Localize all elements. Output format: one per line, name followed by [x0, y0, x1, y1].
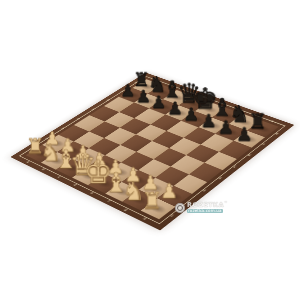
black-pawn-c7: ♟: [151, 94, 166, 110]
watermark-tm: ™: [224, 201, 228, 205]
watermark-subtext: rozetka.com.ua: [187, 209, 223, 213]
coordinate-label: 4: [76, 117, 81, 120]
coordinate-label: 6: [246, 153, 251, 156]
black-pawn-h7: ♟: [236, 125, 252, 142]
coordinate-label: g: [124, 207, 130, 211]
coordinate-label: h: [142, 216, 148, 220]
coordinate-label: d: [73, 183, 78, 186]
coordinate-label: 4: [217, 176, 222, 179]
coordinate-label: 3: [60, 127, 65, 130]
coordinate-label: 6: [106, 99, 111, 102]
coordinate-label: 5: [91, 108, 96, 111]
coordinate-label: 1: [169, 213, 175, 217]
chess-board: abcdefgh abcdefgh 87654321 87654321 ♜♞♝♛…: [10, 73, 294, 231]
black-pawn-a7: ♟: [121, 83, 136, 99]
coordinate-label: 8: [274, 132, 279, 135]
coordinate-label: 5: [232, 165, 237, 168]
rozetka-watermark: ROZETKA™ rozetka.com.ua: [175, 202, 228, 213]
coordinate-label: b: [42, 167, 47, 170]
black-pawn-d7: ♟: [167, 100, 183, 116]
board-grid: ♜♞♝♛♚♝♞♜♟♟♟♟♟♟♟♟♟♟♟♟♟♟♟♟♜♞♝♛♚♝♞♜: [26, 79, 279, 219]
coordinate-label: e: [90, 191, 95, 194]
black-pawn-g7: ♟: [218, 119, 234, 136]
rozetka-logo-icon: [175, 203, 185, 213]
chess-set-product-photo: abcdefgh abcdefgh 87654321 87654321 ♜♞♝♛…: [0, 0, 300, 300]
coordinate-label: f: [107, 199, 112, 202]
white-rook-h1: ♜: [141, 191, 162, 213]
coordinate-label: h: [270, 119, 275, 122]
coordinate-label: 7: [260, 143, 265, 146]
black-pawn-f7: ♟: [200, 112, 216, 129]
coordinate-label: 3: [202, 188, 208, 191]
rozetka-logo-dot: [177, 205, 183, 211]
coordinate-label: a: [26, 160, 31, 163]
watermark-texts: ROZETKA™ rozetka.com.ua: [187, 202, 228, 213]
black-pawn-b7: ♟: [136, 88, 151, 104]
coordinate-label: c: [57, 175, 62, 178]
black-pawn-e7: ♟: [184, 106, 200, 123]
